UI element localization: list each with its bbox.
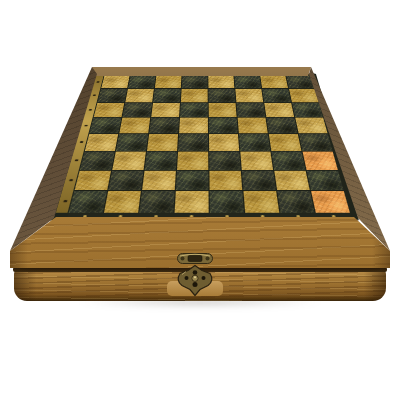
board-square [176, 170, 209, 190]
board-square [210, 191, 244, 213]
board-square [182, 75, 208, 88]
board-square [311, 191, 350, 213]
rivet-icon [79, 141, 83, 143]
board-square [122, 103, 152, 118]
board-square [243, 191, 279, 213]
board-square [209, 103, 237, 118]
rivet-icon [84, 215, 88, 217]
rivet-icon [260, 215, 264, 217]
board-square [303, 151, 338, 169]
board-square [142, 170, 176, 190]
board-square [179, 118, 208, 134]
board-square [208, 75, 234, 88]
board-square [274, 170, 310, 190]
board-square [299, 134, 333, 151]
chess-box-photo [0, 0, 400, 400]
board-square [209, 134, 239, 151]
board-square [264, 103, 294, 118]
board-square [262, 89, 291, 103]
board-square [80, 151, 115, 169]
rivet-icon [296, 215, 300, 217]
rivet-icon [74, 159, 78, 161]
board-square [266, 118, 297, 134]
board-square [116, 134, 148, 151]
board-square [94, 103, 125, 118]
board-square [112, 151, 146, 169]
board-square [240, 151, 273, 169]
board-square [277, 191, 314, 213]
board-square [238, 118, 268, 134]
board-square [289, 89, 319, 103]
board-square [209, 151, 240, 169]
board-square [181, 89, 208, 103]
board-square [69, 191, 107, 213]
rivet-icon [69, 179, 73, 181]
rivet-icon [84, 125, 87, 127]
board-square [149, 118, 179, 134]
rivet-icon [331, 215, 335, 217]
board-square [235, 89, 263, 103]
board-square [236, 103, 265, 118]
clasp-pendant-icon [172, 264, 218, 297]
board-square [208, 89, 235, 103]
rivet-icon [225, 215, 229, 217]
board-square [89, 118, 121, 134]
board-square [242, 170, 276, 190]
board-square [119, 118, 150, 134]
board-square [209, 118, 238, 134]
board-square [269, 134, 302, 151]
board-square [145, 151, 177, 169]
rivet-icon [154, 215, 158, 217]
board-square [180, 103, 208, 118]
rivet-icon [119, 215, 123, 217]
board-square [101, 75, 129, 88]
rivet-icon [63, 200, 67, 202]
board-square [125, 89, 154, 103]
board-square [139, 191, 174, 213]
rivet-icon [88, 109, 91, 110]
board-square [175, 191, 209, 213]
board-square [151, 103, 180, 118]
board-square [147, 134, 178, 151]
board-square [295, 118, 327, 134]
board-square [209, 170, 242, 190]
board-square [75, 170, 112, 190]
board-square [153, 89, 181, 103]
board-square [98, 89, 127, 103]
board-square [260, 75, 288, 88]
board-square [85, 134, 118, 151]
board-square [271, 151, 305, 169]
board-square [239, 134, 270, 151]
board-square [292, 103, 323, 118]
board-grid [69, 75, 350, 212]
board-square [104, 191, 141, 213]
rivet-icon [92, 95, 95, 96]
rivet-icon [190, 215, 194, 217]
board-square [234, 75, 261, 88]
rivet-icon [96, 81, 99, 82]
board-square [155, 75, 182, 88]
board-square [307, 170, 344, 190]
board-square [128, 75, 156, 88]
board-square [177, 151, 208, 169]
board-square [178, 134, 208, 151]
chess-board [49, 73, 359, 220]
board-square [108, 170, 143, 190]
